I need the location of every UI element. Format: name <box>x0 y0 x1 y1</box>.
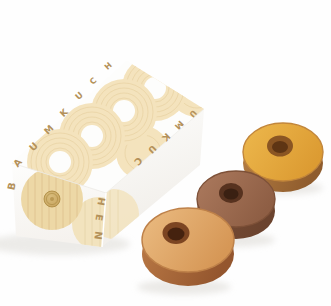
ring-hole-center <box>224 189 239 200</box>
ring-hole-center <box>168 228 185 241</box>
baumkuchen-ring-plain <box>142 208 234 286</box>
baumkuchen-scene: B A U M K U C H U M K U C H E N <box>0 0 331 306</box>
pattern-hole <box>49 151 71 173</box>
ring-hole-center <box>272 141 288 153</box>
seal-emblem <box>50 197 54 201</box>
box-letter-n: N <box>92 231 104 241</box>
gold-seal-icon <box>44 191 60 207</box>
ring-top <box>142 208 234 272</box>
product-photo: B A U M K U C H U M K U C H E N <box>0 0 331 306</box>
